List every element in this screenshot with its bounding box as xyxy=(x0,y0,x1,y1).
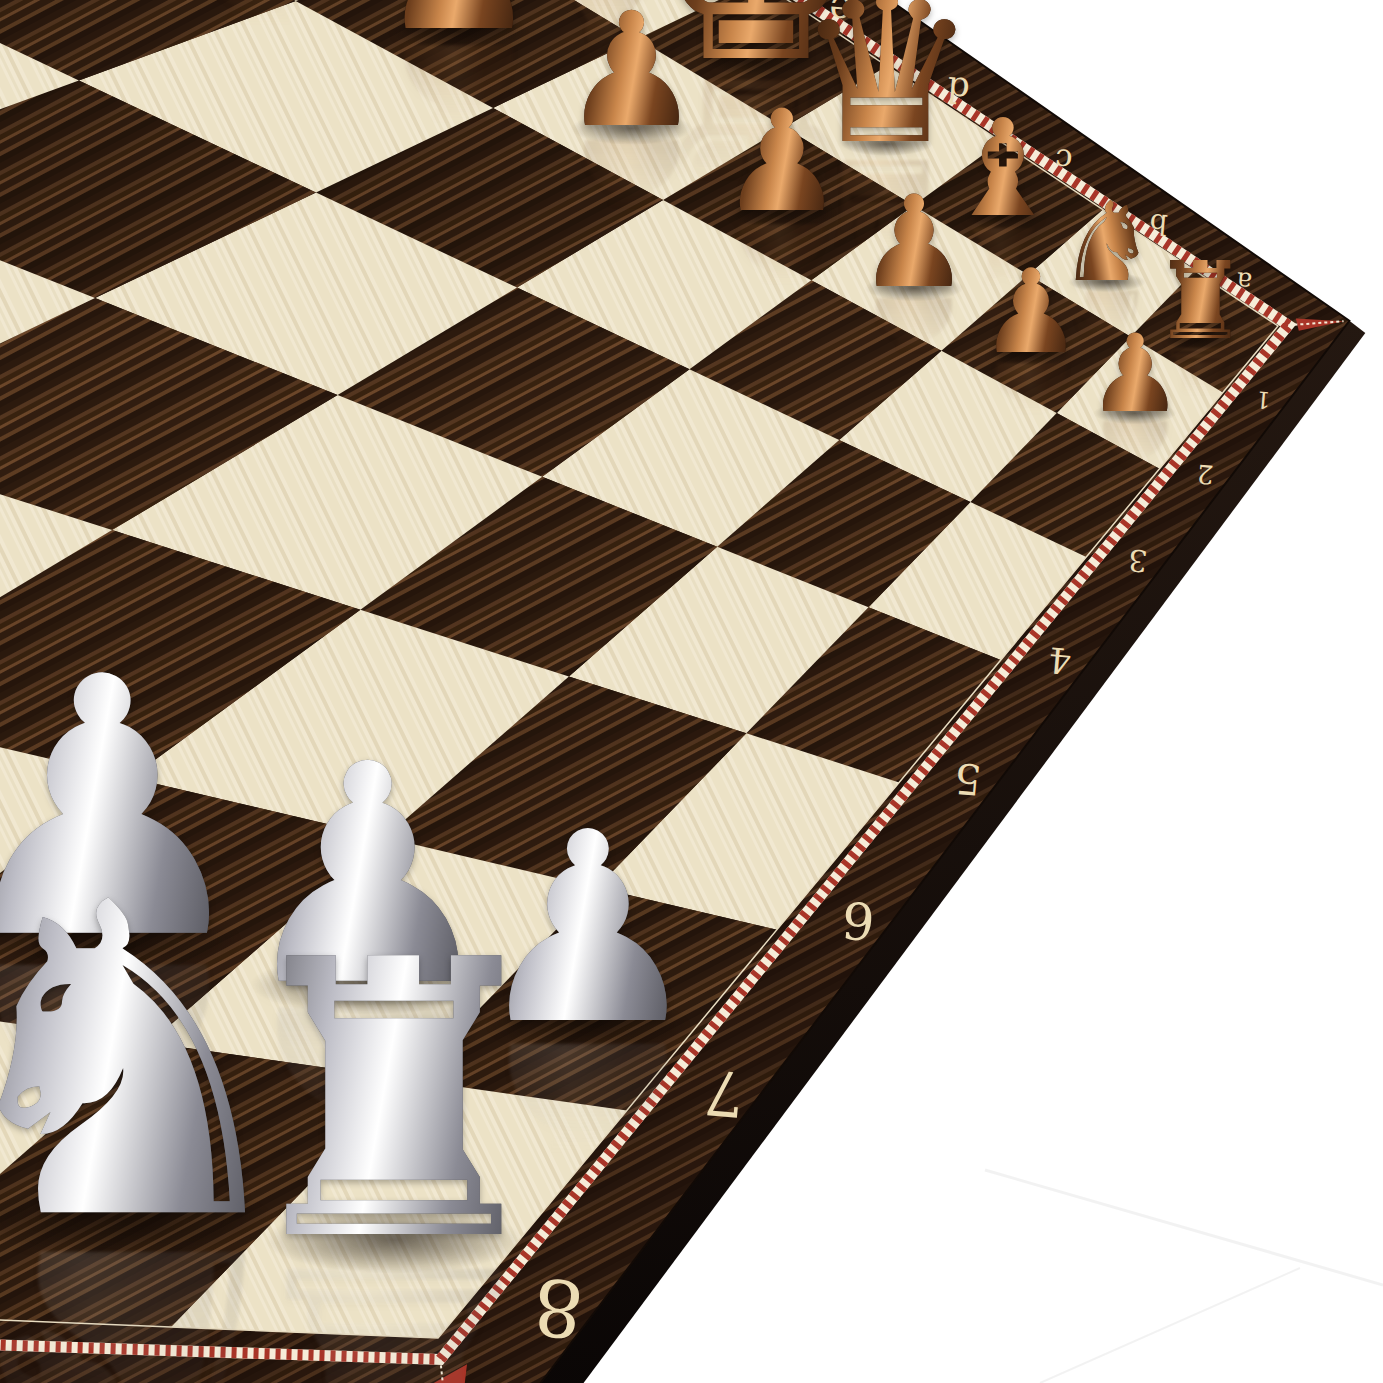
rank-label-6: 6 xyxy=(839,890,876,952)
paper-crease xyxy=(985,1170,1383,1285)
rank-label-3: 3 xyxy=(1127,542,1149,579)
rank-label-2: 2 xyxy=(1196,459,1215,490)
piece-glyph: ♟ xyxy=(857,179,971,306)
piece-glyph: ♟ xyxy=(979,254,1083,370)
piece-glyph: ♟ xyxy=(561,0,703,151)
piece-reflection: ♟ xyxy=(164,0,354,112)
chess-photo-scene: abcdefgh12345678 ♟♟♟♟♟♟♝♝♝♟♟♟♚♚♚♟♟♟♛♛♛♟♟… xyxy=(0,0,1383,1383)
piece-glyph: ♟ xyxy=(719,93,845,233)
paper-crease xyxy=(1040,1268,1300,1383)
rank-label-7: 7 xyxy=(702,1055,748,1131)
rank-label-5: 5 xyxy=(953,753,984,804)
rank-label-4: 4 xyxy=(1047,639,1073,681)
piece-glyph: ♜ xyxy=(223,912,565,1294)
piece-glyph: ♟ xyxy=(1087,320,1183,428)
piece-glyph: ♟ xyxy=(378,0,540,56)
piece-reflection: ♟ xyxy=(0,0,137,17)
rank-label-1: 1 xyxy=(1255,386,1272,413)
